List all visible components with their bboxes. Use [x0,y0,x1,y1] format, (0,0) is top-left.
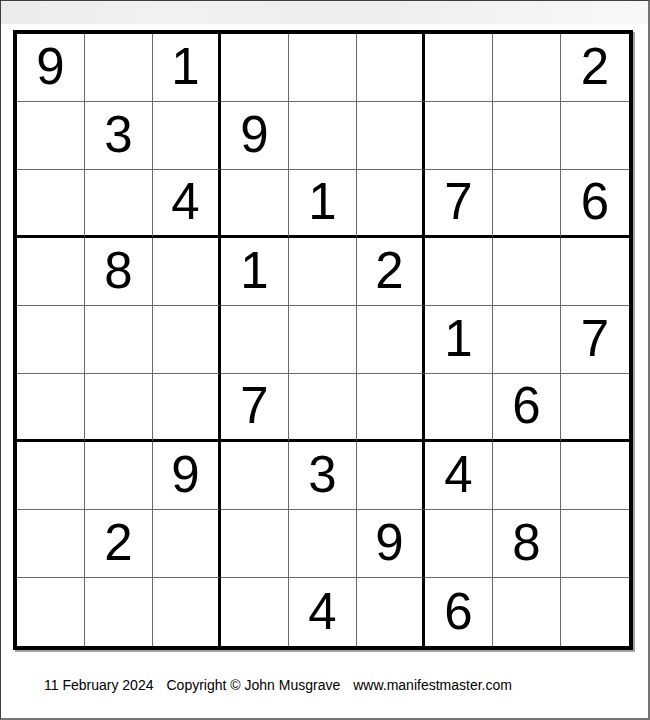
cell-r8c3 [153,510,221,578]
footer: 11 February 2024 Copyright © John Musgra… [44,677,512,693]
cell-r4c9 [561,238,629,306]
cell-r7c2 [85,442,153,510]
cell-r6c1 [17,374,85,442]
cell-r7c3: 9 [153,442,221,510]
cell-r1c7 [425,34,493,102]
cell-r4c3 [153,238,221,306]
cell-r8c6: 9 [357,510,425,578]
cell-r8c9 [561,510,629,578]
cell-r1c4 [221,34,289,102]
cell-r5c8 [493,306,561,374]
cell-r5c5 [289,306,357,374]
cell-r5c2 [85,306,153,374]
cell-r7c9 [561,442,629,510]
cell-r6c6 [357,374,425,442]
cell-r6c4: 7 [221,374,289,442]
footer-copyright: Copyright © John Musgrave [166,677,340,693]
cell-r2c9 [561,102,629,170]
cell-r8c4 [221,510,289,578]
cell-r9c8 [493,578,561,646]
cell-r3c6 [357,170,425,238]
cell-r5c6 [357,306,425,374]
cell-r1c3: 1 [153,34,221,102]
cell-r4c6: 2 [357,238,425,306]
cell-r2c1 [17,102,85,170]
cell-r3c1 [17,170,85,238]
cell-r9c5: 4 [289,578,357,646]
cell-r4c8 [493,238,561,306]
cell-r3c3: 4 [153,170,221,238]
cell-r4c5 [289,238,357,306]
cell-r9c7: 6 [425,578,493,646]
cell-r9c4 [221,578,289,646]
cell-r8c7 [425,510,493,578]
cell-r1c9: 2 [561,34,629,102]
header-strip [1,1,648,24]
cell-r7c4 [221,442,289,510]
puzzle-page: 912394176812177693429846 11 February 202… [0,0,650,720]
footer-date: 11 February 2024 [44,677,153,693]
cell-r3c7: 7 [425,170,493,238]
cell-r5c9: 7 [561,306,629,374]
cell-r9c6 [357,578,425,646]
cell-r2c5 [289,102,357,170]
cell-r6c7 [425,374,493,442]
cell-r1c5 [289,34,357,102]
cell-r6c3 [153,374,221,442]
cell-r7c1 [17,442,85,510]
cell-r5c4 [221,306,289,374]
cell-r4c4: 1 [221,238,289,306]
cell-r9c2 [85,578,153,646]
cell-r3c9: 6 [561,170,629,238]
cell-r3c8 [493,170,561,238]
cell-r6c2 [85,374,153,442]
cell-r2c4: 9 [221,102,289,170]
cell-r3c2 [85,170,153,238]
cell-r9c1 [17,578,85,646]
cell-r2c8 [493,102,561,170]
cell-r8c8: 8 [493,510,561,578]
cell-r8c1 [17,510,85,578]
cell-r1c6 [357,34,425,102]
cell-r6c5 [289,374,357,442]
cell-r8c5 [289,510,357,578]
cell-r9c3 [153,578,221,646]
cell-r1c2 [85,34,153,102]
cell-r4c7 [425,238,493,306]
cell-r9c9 [561,578,629,646]
cell-r2c3 [153,102,221,170]
cell-r2c6 [357,102,425,170]
cell-r7c7: 4 [425,442,493,510]
cell-r2c7 [425,102,493,170]
cell-r5c7: 1 [425,306,493,374]
cell-r8c2: 2 [85,510,153,578]
cell-r4c1 [17,238,85,306]
cell-r6c9 [561,374,629,442]
cell-r1c1: 9 [17,34,85,102]
cell-r4c2: 8 [85,238,153,306]
cell-r2c2: 3 [85,102,153,170]
cell-r3c4 [221,170,289,238]
footer-website: www.manifestmaster.com [353,677,512,693]
cell-r7c6 [357,442,425,510]
sudoku-board: 912394176812177693429846 [13,30,633,650]
cell-r6c8: 6 [493,374,561,442]
cell-r5c3 [153,306,221,374]
cell-r1c8 [493,34,561,102]
cell-r5c1 [17,306,85,374]
cell-r7c5: 3 [289,442,357,510]
cell-r7c8 [493,442,561,510]
cell-r3c5: 1 [289,170,357,238]
